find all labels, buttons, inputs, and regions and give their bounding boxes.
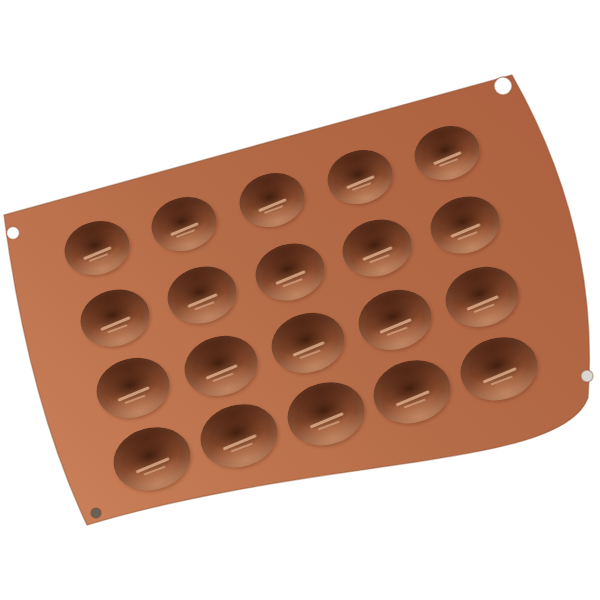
hanging-hole-bottom-right xyxy=(581,370,593,382)
mold-image xyxy=(0,0,600,600)
photo-canvas xyxy=(0,0,600,600)
hanging-hole-bottom-left xyxy=(91,508,101,518)
hanging-hole-top-left xyxy=(7,227,20,240)
mold-slab xyxy=(4,75,589,525)
hanging-hole-top-right xyxy=(494,77,512,95)
